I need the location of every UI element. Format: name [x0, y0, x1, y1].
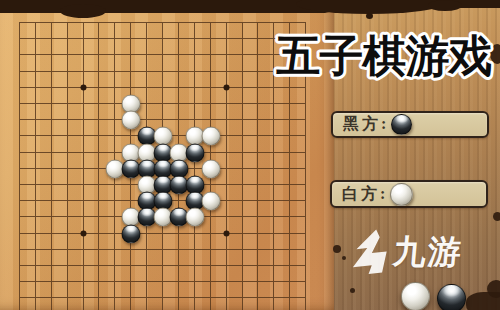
star-point: [80, 84, 86, 90]
white-stone: [201, 192, 220, 211]
white-stone: [122, 111, 141, 130]
torn-paper-blob: [60, 4, 106, 18]
white-player-label: 白方:: [342, 184, 388, 205]
game-title-text: 五子棋游戏: [276, 31, 492, 80]
ink-splatter: [342, 256, 346, 260]
white-stone: [201, 159, 220, 178]
torn-paper-blob: [428, 0, 462, 11]
star-point: [80, 230, 86, 236]
jiuyou-logo: 九游: [350, 226, 463, 278]
ink-splatter: [333, 245, 341, 253]
white-stone: [201, 127, 220, 146]
torn-paper-blob: [0, 0, 335, 13]
game-title: 五子棋游戏: [268, 24, 500, 84]
jiuyou-logo-icon: [347, 224, 390, 280]
torn-paper-blob: [366, 13, 373, 19]
decor-white-stone: [401, 282, 430, 310]
star-point: [223, 84, 229, 90]
black-player-panel: 黑方:: [331, 111, 489, 138]
white-stone: [185, 208, 204, 227]
star-point: [223, 230, 229, 236]
black-stone: [122, 224, 141, 243]
ink-splatter: [350, 288, 355, 293]
black-player-label: 黑方:: [343, 114, 389, 135]
black-stone-indicator: [391, 114, 412, 135]
white-player-panel: 白方:: [330, 180, 488, 208]
ink-splatter: [493, 212, 500, 221]
gomoku-game-screen: 五子棋游戏 黑方: 白方: 九游: [0, 0, 500, 310]
decor-black-stone: [437, 284, 466, 310]
ink-splatter: [487, 280, 500, 298]
jiuyou-logo-text: 九游: [391, 230, 465, 275]
black-stone: [185, 143, 204, 162]
white-stone-indicator: [390, 183, 413, 206]
